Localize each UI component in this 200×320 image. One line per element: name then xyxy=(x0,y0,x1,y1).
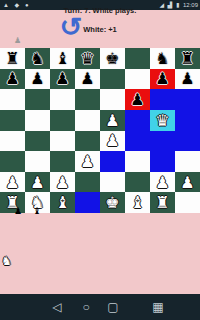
black-king: ♚ xyxy=(105,49,119,68)
square-d2[interactable] xyxy=(75,172,100,193)
evaluation-text: White: +1 xyxy=(0,25,200,34)
square-c7[interactable]: ♟ xyxy=(50,69,75,90)
turn-indicator: Turn: 7. White plays. xyxy=(0,6,200,15)
square-h4[interactable] xyxy=(175,131,200,152)
square-d7[interactable]: ♟ xyxy=(75,69,100,90)
white-pawn: ♟ xyxy=(80,152,94,171)
white-bishop: ♝ xyxy=(130,193,144,212)
square-b4[interactable] xyxy=(25,131,50,152)
square-c2[interactable]: ♟ xyxy=(50,172,75,193)
square-g3[interactable] xyxy=(150,151,175,172)
android-nav-bar: ◁ ○ ▢ ▦ xyxy=(0,294,200,320)
square-b8[interactable]: ♞ xyxy=(25,48,50,69)
square-c3[interactable] xyxy=(50,151,75,172)
white-queen: ♛ xyxy=(155,111,169,130)
square-f1[interactable]: ♝ xyxy=(125,192,150,213)
square-a5[interactable] xyxy=(0,110,25,131)
white-pawn: ♟ xyxy=(30,173,44,192)
square-f3[interactable] xyxy=(125,151,150,172)
square-b3[interactable] xyxy=(25,151,50,172)
square-e5[interactable]: ♟ xyxy=(100,110,125,131)
captured-black-pieces: ♟ ♝ xyxy=(14,206,45,216)
white-bishop: ♝ xyxy=(55,193,69,212)
square-b6[interactable] xyxy=(25,89,50,110)
black-pawn: ♟ xyxy=(30,69,44,88)
square-g6[interactable] xyxy=(150,89,175,110)
square-e3[interactable] xyxy=(100,151,125,172)
square-f6[interactable]: ♟ xyxy=(125,89,150,110)
square-d5[interactable] xyxy=(75,110,100,131)
square-e6[interactable] xyxy=(100,89,125,110)
square-e4[interactable]: ♟ xyxy=(100,131,125,152)
square-h7[interactable]: ♟ xyxy=(175,69,200,90)
square-a2[interactable]: ♟ xyxy=(0,172,25,193)
white-pawn: ♟ xyxy=(55,173,69,192)
back-button[interactable]: ◁ xyxy=(47,294,67,320)
square-h2[interactable]: ♟ xyxy=(175,172,200,193)
square-d8[interactable]: ♛ xyxy=(75,48,100,69)
square-h3[interactable] xyxy=(175,151,200,172)
white-king: ♚ xyxy=(105,193,119,212)
square-f2[interactable] xyxy=(125,172,150,193)
black-rook: ♜ xyxy=(5,49,19,68)
black-pawn: ♟ xyxy=(55,69,69,88)
square-g8[interactable]: ♞ xyxy=(150,48,175,69)
square-g5[interactable]: ♛ xyxy=(150,110,175,131)
white-pawn: ♟ xyxy=(180,173,194,192)
square-b5[interactable] xyxy=(25,110,50,131)
black-pawn: ♟ xyxy=(155,69,169,88)
square-b2[interactable]: ♟ xyxy=(25,172,50,193)
square-h8[interactable]: ♜ xyxy=(175,48,200,69)
square-e1[interactable]: ♚ xyxy=(100,192,125,213)
square-a6[interactable] xyxy=(0,89,25,110)
white-pawn: ♟ xyxy=(105,111,119,130)
square-e8[interactable]: ♚ xyxy=(100,48,125,69)
white-pawn: ♟ xyxy=(155,173,169,192)
square-c4[interactable] xyxy=(50,131,75,152)
square-f8[interactable] xyxy=(125,48,150,69)
black-pawn: ♟ xyxy=(80,69,94,88)
square-d1[interactable] xyxy=(75,192,100,213)
white-pawn: ♟ xyxy=(105,131,119,150)
square-a4[interactable] xyxy=(0,131,25,152)
square-c1[interactable]: ♝ xyxy=(50,192,75,213)
square-e2[interactable] xyxy=(100,172,125,193)
square-f5[interactable] xyxy=(125,110,150,131)
recents-button[interactable]: ▢ xyxy=(103,294,123,320)
chess-app-screen: ▲ ◆ ● ◢ ▟ ▮ 12:09 Turn: 7. White plays. … xyxy=(0,0,200,320)
black-knight: ♞ xyxy=(155,49,169,68)
undo-arrow-button[interactable]: ↺ xyxy=(59,14,82,40)
square-f7[interactable] xyxy=(125,69,150,90)
captured-white-piece: ♞ xyxy=(1,254,12,268)
square-b7[interactable]: ♟ xyxy=(25,69,50,90)
black-queen: ♛ xyxy=(80,49,94,68)
square-h1[interactable] xyxy=(175,192,200,213)
square-g4[interactable] xyxy=(150,131,175,152)
square-c6[interactable] xyxy=(50,89,75,110)
square-d6[interactable] xyxy=(75,89,100,110)
square-d4[interactable] xyxy=(75,131,100,152)
black-knight: ♞ xyxy=(30,49,44,68)
black-pawn: ♟ xyxy=(180,69,194,88)
mini-piece-icon: ♟ xyxy=(14,36,21,45)
black-pawn: ♟ xyxy=(130,90,144,109)
black-bishop: ♝ xyxy=(55,49,69,68)
square-h5[interactable] xyxy=(175,110,200,131)
black-pawn: ♟ xyxy=(5,69,19,88)
square-c5[interactable] xyxy=(50,110,75,131)
white-pawn: ♟ xyxy=(5,173,19,192)
square-a3[interactable] xyxy=(0,151,25,172)
app-grid-button[interactable]: ▦ xyxy=(148,294,168,320)
square-g2[interactable]: ♟ xyxy=(150,172,175,193)
square-a8[interactable]: ♜ xyxy=(0,48,25,69)
black-rook: ♜ xyxy=(180,49,194,68)
square-a7[interactable]: ♟ xyxy=(0,69,25,90)
square-g1[interactable]: ♜ xyxy=(150,192,175,213)
white-rook: ♜ xyxy=(155,193,169,212)
chess-board: ♜♞♝♛♚♞♜♟♟♟♟♟♟♟♟♛♟♟♟♟♟♟♟♜♞♝♚♝♜ xyxy=(0,48,200,213)
square-g7[interactable]: ♟ xyxy=(150,69,175,90)
square-c8[interactable]: ♝ xyxy=(50,48,75,69)
square-d3[interactable]: ♟ xyxy=(75,151,100,172)
home-button[interactable]: ○ xyxy=(76,294,96,320)
square-f4[interactable] xyxy=(125,131,150,152)
square-e7[interactable] xyxy=(100,69,125,90)
square-h6[interactable] xyxy=(175,89,200,110)
